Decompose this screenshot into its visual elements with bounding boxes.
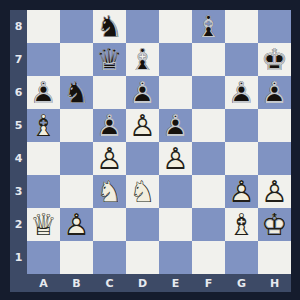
square-b2[interactable]: ♟♙ [60, 208, 93, 241]
square-f4[interactable] [192, 142, 225, 175]
square-h5[interactable] [258, 109, 291, 142]
square-f1[interactable] [192, 241, 225, 274]
square-c4[interactable]: ♟♙ [93, 142, 126, 175]
square-b7[interactable] [60, 43, 93, 76]
white-knight-outline-icon: ♘ [93, 175, 126, 208]
rank-label-5: 5 [10, 109, 27, 142]
square-d8[interactable] [126, 10, 159, 43]
rank-label-7: 7 [10, 43, 27, 76]
black-pawn-outline-icon: ♙ [27, 76, 60, 109]
black-pawn-outline-icon: ♙ [225, 76, 258, 109]
square-h3[interactable]: ♟♙ [258, 175, 291, 208]
square-h1[interactable] [258, 241, 291, 274]
black-pawn-outline-icon: ♙ [258, 76, 291, 109]
piece-white-bishop: ♝♗ [27, 109, 60, 142]
white-king-outline-icon: ♔ [258, 208, 291, 241]
piece-white-knight: ♞♘ [126, 175, 159, 208]
square-g6[interactable]: ♟♙ [225, 76, 258, 109]
file-label-f: F [192, 274, 225, 292]
square-a3[interactable] [27, 175, 60, 208]
file-label-b: B [60, 274, 93, 292]
rank-label-8: 8 [10, 10, 27, 43]
square-f5[interactable] [192, 109, 225, 142]
file-label-e: E [159, 274, 192, 292]
square-c1[interactable] [93, 241, 126, 274]
rank-label-3: 3 [10, 175, 27, 208]
square-f3[interactable] [192, 175, 225, 208]
file-label-c: C [93, 274, 126, 292]
piece-white-pawn: ♟♙ [225, 175, 258, 208]
piece-black-knight: ♞♘ [93, 10, 126, 43]
square-e8[interactable] [159, 10, 192, 43]
square-c8[interactable]: ♞♘ [93, 10, 126, 43]
square-d4[interactable] [126, 142, 159, 175]
square-f7[interactable] [192, 43, 225, 76]
square-g2[interactable]: ♝♗ [225, 208, 258, 241]
square-d2[interactable] [126, 208, 159, 241]
square-b3[interactable] [60, 175, 93, 208]
square-e5[interactable]: ♟♙ [159, 109, 192, 142]
black-pawn-outline-icon: ♙ [159, 109, 192, 142]
piece-white-pawn: ♟♙ [93, 142, 126, 175]
file-label-d: D [126, 274, 159, 292]
square-e3[interactable] [159, 175, 192, 208]
square-f6[interactable] [192, 76, 225, 109]
square-c5[interactable]: ♟♙ [93, 109, 126, 142]
board-frame: 87654321 ♞♘♝♗♛♕♝♗♚♔♟♙♞♘♟♙♟♙♟♙♝♗♟♙♟♙♟♙♟♙♟… [10, 10, 291, 292]
square-d3[interactable]: ♞♘ [126, 175, 159, 208]
piece-black-pawn: ♟♙ [258, 76, 291, 109]
black-bishop-outline-icon: ♗ [126, 43, 159, 76]
black-knight-outline-icon: ♘ [93, 10, 126, 43]
square-c7[interactable]: ♛♕ [93, 43, 126, 76]
piece-white-knight: ♞♘ [93, 175, 126, 208]
square-c2[interactable] [93, 208, 126, 241]
square-c6[interactable] [93, 76, 126, 109]
square-b6[interactable]: ♞♘ [60, 76, 93, 109]
square-h8[interactable] [258, 10, 291, 43]
frame-corner [10, 274, 27, 292]
file-label-g: G [225, 274, 258, 292]
piece-white-bishop: ♝♗ [225, 208, 258, 241]
square-e7[interactable] [159, 43, 192, 76]
white-queen-outline-icon: ♕ [27, 208, 60, 241]
black-king-outline-icon: ♔ [258, 43, 291, 76]
piece-white-pawn: ♟♙ [60, 208, 93, 241]
piece-white-pawn: ♟♙ [258, 175, 291, 208]
piece-black-pawn: ♟♙ [27, 76, 60, 109]
piece-black-pawn: ♟♙ [126, 76, 159, 109]
square-a7[interactable] [27, 43, 60, 76]
piece-black-queen: ♛♕ [93, 43, 126, 76]
square-e2[interactable] [159, 208, 192, 241]
square-f2[interactable] [192, 208, 225, 241]
black-bishop-outline-icon: ♗ [192, 10, 225, 43]
black-queen-outline-icon: ♕ [93, 43, 126, 76]
chess-diagram-page: { "game": "chess", "position": "2n2b2/2q… [0, 0, 300, 300]
square-g3[interactable]: ♟♙ [225, 175, 258, 208]
square-e1[interactable] [159, 241, 192, 274]
white-knight-outline-icon: ♘ [126, 175, 159, 208]
black-knight-outline-icon: ♘ [60, 76, 93, 109]
rank-labels: 87654321 [10, 10, 27, 274]
square-h7[interactable]: ♚♔ [258, 43, 291, 76]
piece-black-pawn: ♟♙ [159, 109, 192, 142]
piece-black-bishop: ♝♗ [192, 10, 225, 43]
square-h6[interactable]: ♟♙ [258, 76, 291, 109]
black-pawn-outline-icon: ♙ [126, 76, 159, 109]
square-a2[interactable]: ♛♕ [27, 208, 60, 241]
rank-label-1: 1 [10, 241, 27, 274]
piece-white-queen: ♛♕ [27, 208, 60, 241]
piece-black-pawn: ♟♙ [225, 76, 258, 109]
square-g1[interactable] [225, 241, 258, 274]
white-pawn-outline-icon: ♙ [258, 175, 291, 208]
square-e6[interactable] [159, 76, 192, 109]
square-g4[interactable] [225, 142, 258, 175]
square-b5[interactable] [60, 109, 93, 142]
square-h2[interactable]: ♚♔ [258, 208, 291, 241]
file-labels: ABCDEFGH [27, 274, 291, 292]
square-d6[interactable]: ♟♙ [126, 76, 159, 109]
square-b1[interactable] [60, 241, 93, 274]
piece-black-knight: ♞♘ [60, 76, 93, 109]
square-b8[interactable] [60, 10, 93, 43]
file-label-a: A [27, 274, 60, 292]
white-pawn-outline-icon: ♙ [60, 208, 93, 241]
rank-label-6: 6 [10, 76, 27, 109]
board: ♞♘♝♗♛♕♝♗♚♔♟♙♞♘♟♙♟♙♟♙♝♗♟♙♟♙♟♙♟♙♟♙♞♘♞♘♟♙♟♙… [27, 10, 291, 274]
square-g7[interactable] [225, 43, 258, 76]
square-a6[interactable]: ♟♙ [27, 76, 60, 109]
white-bishop-outline-icon: ♗ [225, 208, 258, 241]
square-f8[interactable]: ♝♗ [192, 10, 225, 43]
square-e4[interactable]: ♟♙ [159, 142, 192, 175]
square-g8[interactable] [225, 10, 258, 43]
square-a8[interactable] [27, 10, 60, 43]
square-d5[interactable]: ♟♙ [126, 109, 159, 142]
square-g5[interactable] [225, 109, 258, 142]
square-h4[interactable] [258, 142, 291, 175]
square-a5[interactable]: ♝♗ [27, 109, 60, 142]
square-d7[interactable]: ♝♗ [126, 43, 159, 76]
square-b4[interactable] [60, 142, 93, 175]
piece-black-bishop: ♝♗ [126, 43, 159, 76]
piece-black-king: ♚♔ [258, 43, 291, 76]
black-pawn-outline-icon: ♙ [93, 109, 126, 142]
square-a4[interactable] [27, 142, 60, 175]
white-pawn-outline-icon: ♙ [93, 142, 126, 175]
piece-white-pawn: ♟♙ [126, 109, 159, 142]
square-d1[interactable] [126, 241, 159, 274]
piece-white-pawn: ♟♙ [159, 142, 192, 175]
piece-white-king: ♚♔ [258, 208, 291, 241]
white-bishop-outline-icon: ♗ [27, 109, 60, 142]
square-a1[interactable] [27, 241, 60, 274]
piece-black-pawn: ♟♙ [93, 109, 126, 142]
rank-label-4: 4 [10, 142, 27, 175]
white-pawn-outline-icon: ♙ [126, 109, 159, 142]
white-pawn-outline-icon: ♙ [225, 175, 258, 208]
white-pawn-outline-icon: ♙ [159, 142, 192, 175]
file-label-h: H [258, 274, 291, 292]
square-c3[interactable]: ♞♘ [93, 175, 126, 208]
rank-label-2: 2 [10, 208, 27, 241]
